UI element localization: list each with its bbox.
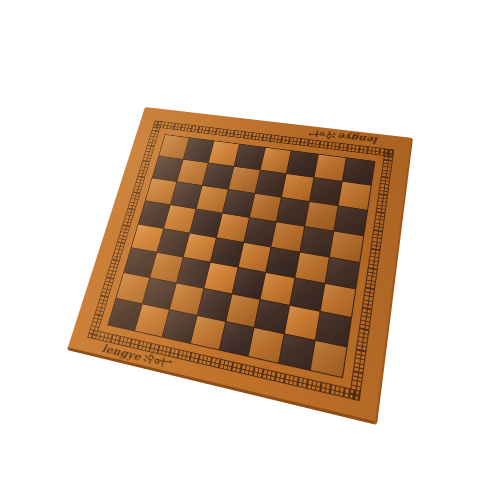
square-g6	[305, 202, 337, 230]
square-e8	[260, 148, 291, 173]
square-f4	[267, 247, 300, 277]
square-d7	[229, 167, 260, 193]
square-g7	[310, 178, 342, 205]
square-h5	[330, 231, 363, 261]
square-f6	[277, 198, 309, 226]
square-h1	[311, 341, 347, 377]
square-g1	[279, 335, 314, 370]
square-h4	[326, 257, 360, 289]
square-g4	[296, 252, 329, 283]
square-e1	[219, 322, 254, 356]
square-f1	[249, 328, 284, 363]
square-h7	[339, 182, 371, 210]
product-photo-canvas: lengye lengye	[0, 0, 500, 500]
square-e5	[244, 218, 276, 247]
square-d8	[234, 144, 264, 169]
square-e7	[255, 170, 286, 196]
square-e4	[238, 242, 271, 272]
square-g5	[301, 227, 334, 257]
square-e6	[250, 194, 282, 222]
square-g3	[290, 279, 324, 311]
square-h8	[343, 158, 374, 185]
square-f8	[287, 151, 318, 177]
chess-board: lengye lengye	[67, 107, 413, 425]
square-g8	[315, 155, 346, 181]
square-f7	[282, 174, 313, 201]
square-d6	[223, 190, 254, 217]
square-e3	[232, 268, 265, 299]
square-h6	[335, 206, 368, 235]
square-f3	[261, 273, 295, 305]
square-f5	[272, 222, 304, 251]
brand-cjk-glyphs-top	[308, 129, 337, 141]
